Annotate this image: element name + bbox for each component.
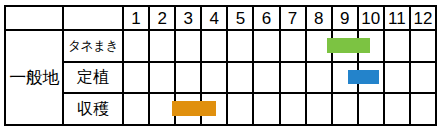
grid-cell — [254, 63, 278, 93]
grid-cell — [202, 31, 226, 61]
grid-cell — [228, 31, 252, 61]
grid-cell — [202, 63, 226, 93]
month-header-10: 10 — [359, 7, 383, 29]
month-header-5: 5 — [228, 7, 252, 29]
grid-cell — [359, 63, 383, 93]
activity-label-2: 定植 — [64, 63, 122, 93]
grid-cell — [124, 94, 148, 124]
grid-cell — [124, 31, 148, 61]
grid-cell — [228, 94, 252, 124]
grid-cell — [202, 94, 226, 124]
grid-cell — [307, 31, 331, 61]
month-header-3: 3 — [176, 7, 200, 29]
calendar-table: 一般地 123456789101112タネまき定植収穫 — [4, 5, 437, 126]
grid-cell — [307, 63, 331, 93]
grid-cell — [281, 31, 305, 61]
grid-cell — [176, 31, 200, 61]
grid-cell — [281, 94, 305, 124]
region-label: 一般地 — [6, 31, 62, 124]
month-header-1: 1 — [124, 7, 148, 29]
grid-cell — [150, 63, 174, 93]
grid-cell — [333, 94, 357, 124]
grid-cell — [359, 31, 383, 61]
grid-cell — [228, 63, 252, 93]
month-header-6: 6 — [254, 7, 278, 29]
grid-cell — [254, 31, 278, 61]
grid-cell — [150, 31, 174, 61]
month-header-7: 7 — [281, 7, 305, 29]
grid-cell — [411, 94, 435, 124]
grid-cell — [333, 31, 357, 61]
month-header-4: 4 — [202, 7, 226, 29]
crop-calendar-chart: 一般地 123456789101112タネまき定植収穫 — [0, 0, 440, 130]
grid-cell — [307, 94, 331, 124]
activity-label-3: 収穫 — [64, 94, 122, 124]
grid-cell — [385, 63, 409, 93]
grid-cell — [359, 94, 383, 124]
grid-cell — [333, 63, 357, 93]
grid-cell — [411, 31, 435, 61]
month-header-8: 8 — [307, 7, 331, 29]
grid-cell — [385, 31, 409, 61]
grid-cell — [176, 63, 200, 93]
grid-cell — [411, 63, 435, 93]
month-header-11: 11 — [385, 7, 409, 29]
grid-cell — [124, 63, 148, 93]
corner-cell-activity — [64, 7, 122, 29]
grid-cell — [385, 94, 409, 124]
grid-cell — [150, 94, 174, 124]
grid-cell — [176, 94, 200, 124]
grid-cell — [281, 63, 305, 93]
month-header-2: 2 — [150, 7, 174, 29]
grid-cell — [254, 94, 278, 124]
month-header-9: 9 — [333, 7, 357, 29]
activity-label-1: タネまき — [64, 31, 122, 61]
corner-cell-region — [6, 7, 62, 29]
month-header-12: 12 — [411, 7, 435, 29]
